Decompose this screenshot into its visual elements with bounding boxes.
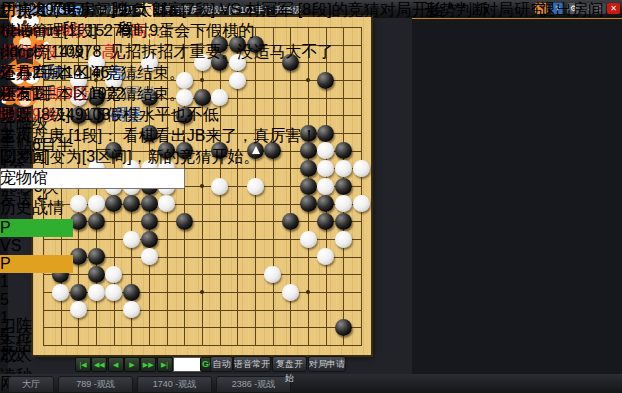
tool-button-复盘开始[interactable]: 复盘开始 <box>272 356 307 372</box>
app-window: 野狐围棋 > [高级房1] > 2386号对弈房 观战中[第101手] - 升降… <box>0 0 622 393</box>
grid-line <box>43 345 362 346</box>
sidebar-item-地盘[interactable]: 地盘 <box>0 105 64 126</box>
black-stone-18-18 <box>335 319 352 336</box>
chat-message: ddccc [14级]： 见招拆招才重要。没适马大不了 <box>0 42 467 63</box>
panel-button-形势判断[interactable]: 形势判断 <box>424 0 488 21</box>
tool-button-对局申请[interactable]: 对局申请 <box>308 356 346 372</box>
chat-message: 还有1手本区间竞猜结束。 <box>0 84 467 105</box>
clock-digit: 1 <box>0 273 73 291</box>
sidebar-label: 棋友圈 <box>0 84 64 105</box>
panel-button-退出房间[interactable]: 退出房间 <box>540 0 604 21</box>
bottom-tab-bar: 大厅789 -观战1740 -观战2386 -观战网管短信 <box>0 374 622 393</box>
star-point <box>306 290 310 294</box>
sidebar-label: 切换大厅 <box>0 0 64 21</box>
black-vip-badge: P <box>0 255 73 273</box>
white-stone-5-16 <box>105 284 122 301</box>
sidebar-item-棋谱管理[interactable]: 棋谱管理 <box>0 21 64 42</box>
session-tab-2386 -观战[interactable]: 2386 -观战 <box>216 376 291 393</box>
nav-button-2[interactable]: ◀ <box>108 357 124 372</box>
white-stone-16-13 <box>300 231 317 248</box>
players-bar: P iceiceice 9段 VS 9段 儋龙 P <box>0 219 73 273</box>
black-stone-4-15 <box>88 266 105 283</box>
tool-button-语音常开[interactable]: 语音常开 <box>233 356 271 372</box>
sidebar-label: 排行榜 <box>0 42 64 63</box>
chat-message: [2区间]变为[3区间]，新的竞猜开始。 <box>0 147 467 168</box>
chat-message: 景呀 [8级]： 下假棋水平也不低 <box>0 105 467 126</box>
session-tab-大厅[interactable]: 大厅 <box>8 376 54 393</box>
black-stone-18-12 <box>335 213 352 230</box>
grid-line <box>43 327 362 328</box>
send-button[interactable]: 发送 ↵ <box>0 189 467 210</box>
chat-message: *** [2097号房间] 灰太郎a [7段] VS 村冠军 [8段]的竞猜对局… <box>0 0 467 21</box>
sidebar-label: 地盘 <box>0 105 64 126</box>
white-vip-badge: P <box>0 219 73 237</box>
chat-input-bar: 发送 ↵ <box>0 168 467 210</box>
sidebar-item-排行榜[interactable]: 排行榜 <box>0 42 64 63</box>
chat-message: 还有2手本区间竞猜结束。 <box>0 63 467 84</box>
grid-line <box>43 310 362 311</box>
nav-button-5[interactable]: ▶| <box>157 357 173 372</box>
vs-label: VS <box>0 237 21 254</box>
close-button[interactable]: ✕ <box>607 3 620 14</box>
chat-messages[interactable]: *** [2097号房间] 灰太郎a [7段] VS 村冠军 [8段]的竞猜对局… <box>0 0 467 168</box>
black-stone-6-16 <box>123 284 140 301</box>
white-clock: 1 5 <box>0 273 73 309</box>
nav-button-0[interactable]: |◀ <box>75 357 91 372</box>
sidebar-item-圆梦园[interactable]: 圆梦园 <box>0 147 64 168</box>
chat-message: hzliumin [1段]： 有时9蛋会下假棋的 <box>0 21 467 42</box>
sidebar-item-切换大厅[interactable]: 切换大厅 <box>0 0 64 21</box>
right-sidebar: 切换大厅棋谱管理排行榜道具商城棋友圈地盘主页圆梦园宠物馆 <box>0 0 64 189</box>
black-stone-4-12 <box>88 213 105 230</box>
black-stone-15-12 <box>282 213 299 230</box>
white-stone-14-15 <box>264 266 281 283</box>
black-stone-7-12 <box>141 213 158 230</box>
black-stone-9-12 <box>176 213 193 230</box>
star-point <box>200 290 204 294</box>
black-stone-17-12 <box>317 213 334 230</box>
tool-button-自动[interactable]: 自动 <box>210 356 233 372</box>
white-stone-5-15 <box>105 266 122 283</box>
black-stone-7-13 <box>141 231 158 248</box>
sidebar-item-主页[interactable]: 主页 <box>0 126 64 147</box>
sidebar-label: 宠物馆 <box>0 168 64 189</box>
session-tab-1740 -观战[interactable]: 1740 -观战 <box>137 376 212 393</box>
white-stone-4-16 <box>88 284 105 301</box>
sidebar-label: 棋谱管理 <box>0 21 64 42</box>
nav-button-1[interactable]: ◀◀ <box>91 357 107 372</box>
sidebar-item-道具商城[interactable]: 道具商城 <box>0 63 64 84</box>
black-stone-4-14 <box>88 248 105 265</box>
white-stone-6-13 <box>123 231 140 248</box>
white-stone-6-17 <box>123 301 140 318</box>
white-stone-7-14 <box>141 248 158 265</box>
chat-message: 老树盘庚 [1段]： 看棋看出JB来了，真厉害！ <box>0 126 467 147</box>
panel-button-对局研究[interactable]: 对局研究 <box>482 0 546 21</box>
clock-digit: 5 <box>0 291 73 309</box>
sidebar-item-宠物馆[interactable]: 宠物馆 <box>0 168 64 189</box>
session-tab-789 -观战[interactable]: 789 -观战 <box>58 376 133 393</box>
sidebar-item-棋友圈[interactable]: 棋友圈 <box>0 84 64 105</box>
sidebar-label: 道具商城 <box>0 63 64 84</box>
sidebar-label: 主页 <box>0 126 64 147</box>
nav-button-4[interactable]: ▶▶ <box>140 357 156 372</box>
mini-button-放大[interactable]: 放大 <box>0 345 32 366</box>
sidebar-label: 圆梦园 <box>0 147 64 168</box>
nav-button-3[interactable]: ▶ <box>124 357 140 372</box>
white-stone-18-13 <box>335 231 352 248</box>
white-stone-15-16 <box>282 284 299 301</box>
move-number-input[interactable] <box>173 357 203 372</box>
chat-panel: *** [2097号房间] 灰太郎a [7段] VS 村冠军 [8段]的竞猜对局… <box>0 0 467 210</box>
